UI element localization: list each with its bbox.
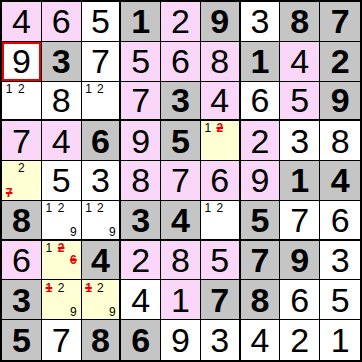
cell-r6c9[interactable]: 6 (320, 201, 360, 241)
solved-digit: 8 (331, 124, 350, 158)
cell-r8c8[interactable]: 6 (280, 280, 320, 320)
given-digit: 3 (12, 283, 31, 317)
empty-mark-slot (226, 202, 238, 214)
cell-r4c9[interactable]: 8 (320, 121, 360, 161)
cell-r4c4[interactable]: 9 (121, 121, 161, 161)
cell-r1c3[interactable]: 5 (82, 2, 122, 42)
given-digit: 2 (331, 44, 350, 78)
given-digit: 6 (131, 323, 150, 357)
empty-mark-slot (3, 162, 15, 174)
cell-r8c2[interactable]: 129 (42, 280, 82, 320)
cell-r9c3[interactable]: 8 (82, 320, 122, 360)
empty-mark-slot (43, 226, 55, 238)
cell-r8c6[interactable]: 7 (201, 280, 241, 320)
pencil-mark-2: 2 (55, 202, 67, 214)
cell-r3c2[interactable]: 8 (42, 82, 82, 122)
solved-digit: 4 (131, 283, 150, 317)
cell-r7c8[interactable]: 9 (280, 241, 320, 281)
empty-mark-slot (83, 306, 95, 318)
solved-digit: 5 (131, 44, 150, 78)
cell-r9c4[interactable]: 6 (121, 320, 161, 360)
empty-mark-slot (43, 266, 55, 278)
cell-r9c8[interactable]: 2 (280, 320, 320, 360)
cell-r6c6[interactable]: 12 (201, 201, 241, 241)
empty-mark-slot (83, 106, 95, 118)
solved-digit: 9 (171, 323, 190, 357)
pencil-marks-grid: 12 (3, 83, 40, 119)
solved-digit: 2 (171, 4, 190, 38)
empty-mark-slot (83, 214, 95, 226)
empty-mark-slot (226, 226, 238, 238)
empty-mark-slot (28, 106, 40, 118)
solved-digit: 4 (52, 124, 71, 158)
cell-r7c6[interactable]: 5 (201, 241, 241, 281)
given-digit: 7 (331, 4, 350, 38)
cell-r7c2[interactable]: 126 (42, 241, 82, 281)
given-digit: 9 (210, 4, 229, 38)
sudoku-board: 4651293879375681421281273465974695122382… (0, 0, 362, 362)
cell-r1c5[interactable]: 2 (161, 2, 201, 42)
solved-digit: 4 (251, 323, 270, 357)
empty-mark-slot (55, 294, 67, 306)
given-digit: 5 (171, 124, 190, 158)
solved-digit: 7 (290, 203, 309, 237)
solved-digit: 2 (131, 243, 150, 277)
solved-digit: 7 (171, 163, 190, 197)
pencil-mark-1: 1 (202, 122, 214, 134)
pencil-marks-grid: 129 (83, 281, 119, 318)
cell-r6c5[interactable]: 4 (161, 201, 201, 241)
solved-digit: 7 (131, 83, 150, 117)
pencil-marks-grid: 126 (43, 242, 80, 279)
solved-digit: 3 (251, 4, 270, 38)
cell-r4c5[interactable]: 5 (161, 121, 201, 161)
pencil-marks-grid: 129 (83, 202, 119, 238)
empty-mark-slot (94, 306, 106, 318)
cell-r2c3[interactable]: 7 (82, 42, 122, 82)
cell-r6c2[interactable]: 129 (42, 201, 82, 241)
pencil-mark-1: 1 (202, 202, 214, 214)
empty-mark-slot (28, 162, 40, 174)
given-digit: 1 (131, 4, 150, 38)
cell-r2c8[interactable]: 4 (280, 42, 320, 82)
empty-mark-slot (94, 95, 106, 107)
empty-mark-slot (106, 214, 118, 226)
given-digit: 1 (290, 163, 309, 197)
empty-mark-slot (3, 106, 15, 118)
cell-r9c5[interactable]: 9 (161, 320, 201, 360)
cell-r2c4[interactable]: 5 (121, 42, 161, 82)
empty-mark-slot (28, 83, 40, 95)
eliminated-mark-1: 1 (83, 281, 95, 293)
empty-mark-slot (55, 214, 67, 226)
empty-mark-slot (43, 294, 55, 306)
empty-mark-slot (67, 214, 79, 226)
solved-digit: 5 (331, 283, 350, 317)
empty-mark-slot (83, 294, 95, 306)
cell-r4c6[interactable]: 12 (201, 121, 241, 161)
cell-r9c6[interactable]: 3 (201, 320, 241, 360)
cell-r9c1[interactable]: 5 (2, 320, 42, 360)
cell-r5c1[interactable]: 27 (2, 161, 42, 201)
given-digit: 3 (52, 44, 71, 78)
pencil-mark-9: 9 (67, 306, 79, 318)
solved-digit: 5 (210, 243, 229, 277)
given-digit: 8 (290, 4, 309, 38)
eliminated-mark-7: 7 (3, 187, 15, 199)
given-digit: 8 (91, 323, 110, 357)
eliminated-mark-6: 6 (67, 254, 79, 266)
solved-digit: 6 (12, 243, 31, 277)
pencil-mark-2: 2 (15, 83, 27, 95)
solved-digit: 4 (210, 83, 229, 117)
solved-digit: 5 (91, 4, 110, 38)
empty-mark-slot (226, 214, 238, 226)
cell-r6c1[interactable]: 8 (2, 201, 42, 241)
cell-r2c1-selected[interactable]: 9 (2, 42, 42, 82)
empty-mark-slot (94, 106, 106, 118)
eliminated-mark-2: 2 (55, 242, 67, 254)
empty-mark-slot (67, 266, 79, 278)
cell-r2c2[interactable]: 3 (42, 42, 82, 82)
cell-r3c3[interactable]: 12 (82, 82, 122, 122)
solved-digit: 5 (290, 83, 309, 117)
pencil-mark-2: 2 (94, 83, 106, 95)
pencil-mark-1: 1 (3, 83, 15, 95)
cell-r3c5[interactable]: 3 (161, 82, 201, 122)
cell-r7c3[interactable]: 4 (82, 241, 122, 281)
given-digit: 3 (131, 203, 150, 237)
cell-r8c7[interactable]: 8 (241, 280, 281, 320)
cell-r1c4[interactable]: 1 (121, 2, 161, 42)
empty-mark-slot (106, 202, 118, 214)
pencil-mark-2: 2 (94, 202, 106, 214)
empty-mark-slot (67, 202, 79, 214)
pencil-marks-grid: 129 (43, 202, 80, 238)
solved-digit: 7 (12, 124, 31, 158)
cell-r5c9[interactable]: 4 (320, 161, 360, 201)
empty-mark-slot (214, 147, 226, 159)
cell-r2c7[interactable]: 1 (241, 42, 281, 82)
cell-r4c2[interactable]: 4 (42, 121, 82, 161)
pencil-mark-9: 9 (106, 226, 118, 238)
solved-digit: 4 (12, 4, 31, 38)
pencil-mark-2: 2 (55, 281, 67, 293)
cell-r3c1[interactable]: 12 (2, 82, 42, 122)
given-digit: 1 (251, 44, 270, 78)
pencil-marks-grid: 12 (202, 122, 238, 159)
cell-r4c1[interactable]: 7 (2, 121, 42, 161)
cell-r6c7[interactable]: 5 (241, 201, 281, 241)
pencil-mark-1: 1 (83, 202, 95, 214)
empty-mark-slot (94, 214, 106, 226)
empty-mark-slot (202, 135, 214, 147)
empty-mark-slot (15, 95, 27, 107)
pencil-mark-2: 2 (15, 162, 27, 174)
cell-r7c4[interactable]: 2 (121, 241, 161, 281)
cell-r6c8[interactable]: 7 (280, 201, 320, 241)
solved-digit: 2 (251, 124, 270, 158)
cell-r4c8[interactable]: 3 (280, 121, 320, 161)
solved-digit: 8 (171, 243, 190, 277)
given-digit: 4 (171, 203, 190, 237)
empty-mark-slot (226, 147, 238, 159)
empty-mark-slot (15, 174, 27, 186)
cell-r8c1[interactable]: 3 (2, 280, 42, 320)
cell-r8c4[interactable]: 4 (121, 280, 161, 320)
empty-mark-slot (214, 135, 226, 147)
solved-digit: 9 (12, 44, 31, 78)
empty-mark-slot (55, 306, 67, 318)
pencil-mark-2: 2 (94, 281, 106, 293)
given-digit: 4 (91, 243, 110, 277)
empty-mark-slot (3, 174, 15, 186)
solved-digit: 6 (171, 44, 190, 78)
eliminated-mark-1: 1 (43, 281, 55, 293)
cell-r2c6[interactable]: 8 (201, 42, 241, 82)
empty-mark-slot (15, 106, 27, 118)
cell-r1c7[interactable]: 3 (241, 2, 281, 42)
cell-r6c3[interactable]: 129 (82, 201, 122, 241)
solved-digit: 6 (290, 283, 309, 317)
empty-mark-slot (67, 281, 79, 293)
cell-r5c3[interactable]: 3 (82, 161, 122, 201)
pencil-marks-grid: 27 (3, 162, 40, 199)
cell-r5c8[interactable]: 1 (280, 161, 320, 201)
empty-mark-slot (43, 254, 55, 266)
cell-r7c7[interactable]: 7 (241, 241, 281, 281)
given-digit: 8 (251, 283, 270, 317)
empty-mark-slot (202, 147, 214, 159)
empty-mark-slot (55, 226, 67, 238)
cell-r7c1[interactable]: 6 (2, 241, 42, 281)
solved-digit: 6 (331, 203, 350, 237)
cell-r5c6[interactable]: 6 (201, 161, 241, 201)
empty-mark-slot (83, 226, 95, 238)
given-digit: 6 (91, 124, 110, 158)
empty-mark-slot (106, 106, 118, 118)
cell-r1c8[interactable]: 8 (280, 2, 320, 42)
given-digit: 5 (12, 323, 31, 357)
pencil-mark-1: 1 (43, 202, 55, 214)
eliminated-mark-2: 2 (214, 122, 226, 134)
given-digit: 9 (290, 243, 309, 277)
cell-r8c3[interactable]: 129 (82, 280, 122, 320)
empty-mark-slot (3, 95, 15, 107)
solved-digit: 8 (131, 163, 150, 197)
cell-r3c6[interactable]: 4 (201, 82, 241, 122)
cell-r5c4[interactable]: 8 (121, 161, 161, 201)
pencil-marks-grid: 12 (83, 83, 119, 119)
solved-digit: 7 (91, 44, 110, 78)
cell-r3c7[interactable]: 6 (241, 82, 281, 122)
cell-r8c9[interactable]: 5 (320, 280, 360, 320)
cell-r1c6[interactable]: 9 (201, 2, 241, 42)
solved-digit: 9 (251, 163, 270, 197)
cell-r4c7[interactable]: 2 (241, 121, 281, 161)
cell-r9c9[interactable]: 1 (320, 320, 360, 360)
solved-digit: 8 (52, 83, 71, 117)
empty-mark-slot (83, 95, 95, 107)
solved-digit: 2 (290, 323, 309, 357)
pencil-mark-1: 1 (43, 242, 55, 254)
empty-mark-slot (43, 306, 55, 318)
solved-digit: 8 (210, 44, 229, 78)
empty-mark-slot (28, 174, 40, 186)
cell-r4c3[interactable]: 6 (82, 121, 122, 161)
cell-r3c8[interactable]: 5 (280, 82, 320, 122)
solved-digit: 3 (91, 163, 110, 197)
given-digit: 7 (210, 283, 229, 317)
empty-mark-slot (55, 266, 67, 278)
cell-r2c5[interactable]: 6 (161, 42, 201, 82)
empty-mark-slot (28, 95, 40, 107)
empty-mark-slot (106, 83, 118, 95)
cell-r3c4[interactable]: 7 (121, 82, 161, 122)
given-digit: 3 (171, 83, 190, 117)
given-digit: 7 (251, 243, 270, 277)
cell-r3c9[interactable]: 9 (320, 82, 360, 122)
solved-digit: 1 (171, 283, 190, 317)
empty-mark-slot (15, 187, 27, 199)
cell-r1c9[interactable]: 7 (320, 2, 360, 42)
empty-mark-slot (226, 135, 238, 147)
cell-r7c9[interactable]: 3 (320, 241, 360, 281)
given-digit: 4 (331, 163, 350, 197)
empty-mark-slot (202, 214, 214, 226)
cell-r8c5[interactable]: 1 (161, 280, 201, 320)
solved-digit: 7 (52, 323, 71, 357)
pencil-mark-1: 1 (83, 83, 95, 95)
empty-mark-slot (106, 281, 118, 293)
pencil-mark-9: 9 (67, 226, 79, 238)
cell-r6c4[interactable]: 3 (121, 201, 161, 241)
solved-digit: 1 (331, 323, 350, 357)
cell-r1c2[interactable]: 6 (42, 2, 82, 42)
empty-mark-slot (226, 122, 238, 134)
solved-digit: 6 (52, 4, 71, 38)
empty-mark-slot (28, 187, 40, 199)
cell-r5c2[interactable]: 5 (42, 161, 82, 201)
pencil-mark-2: 2 (214, 202, 226, 214)
empty-mark-slot (94, 294, 106, 306)
cell-r9c7[interactable]: 4 (241, 320, 281, 360)
solved-digit: 4 (290, 44, 309, 78)
empty-mark-slot (214, 214, 226, 226)
given-digit: 8 (12, 203, 31, 237)
cell-r5c7[interactable]: 9 (241, 161, 281, 201)
solved-digit: 9 (131, 124, 150, 158)
empty-mark-slot (214, 226, 226, 238)
given-digit: 5 (251, 203, 270, 237)
cell-r9c2[interactable]: 7 (42, 320, 82, 360)
pencil-mark-9: 9 (106, 306, 118, 318)
solved-digit: 3 (331, 243, 350, 277)
solved-digit: 3 (210, 323, 229, 357)
empty-mark-slot (94, 226, 106, 238)
solved-digit: 3 (290, 124, 309, 158)
cell-r7c5[interactable]: 8 (161, 241, 201, 281)
pencil-marks-grid: 129 (43, 281, 80, 318)
cell-r2c9[interactable]: 2 (320, 42, 360, 82)
empty-mark-slot (202, 226, 214, 238)
cell-r1c1[interactable]: 4 (2, 2, 42, 42)
solved-digit: 6 (210, 163, 229, 197)
solved-digit: 5 (52, 163, 71, 197)
pencil-marks-grid: 12 (202, 202, 238, 238)
solved-digit: 6 (251, 83, 270, 117)
empty-mark-slot (106, 95, 118, 107)
empty-mark-slot (43, 214, 55, 226)
given-digit: 9 (331, 83, 350, 117)
empty-mark-slot (55, 254, 67, 266)
cell-r5c5[interactable]: 7 (161, 161, 201, 201)
